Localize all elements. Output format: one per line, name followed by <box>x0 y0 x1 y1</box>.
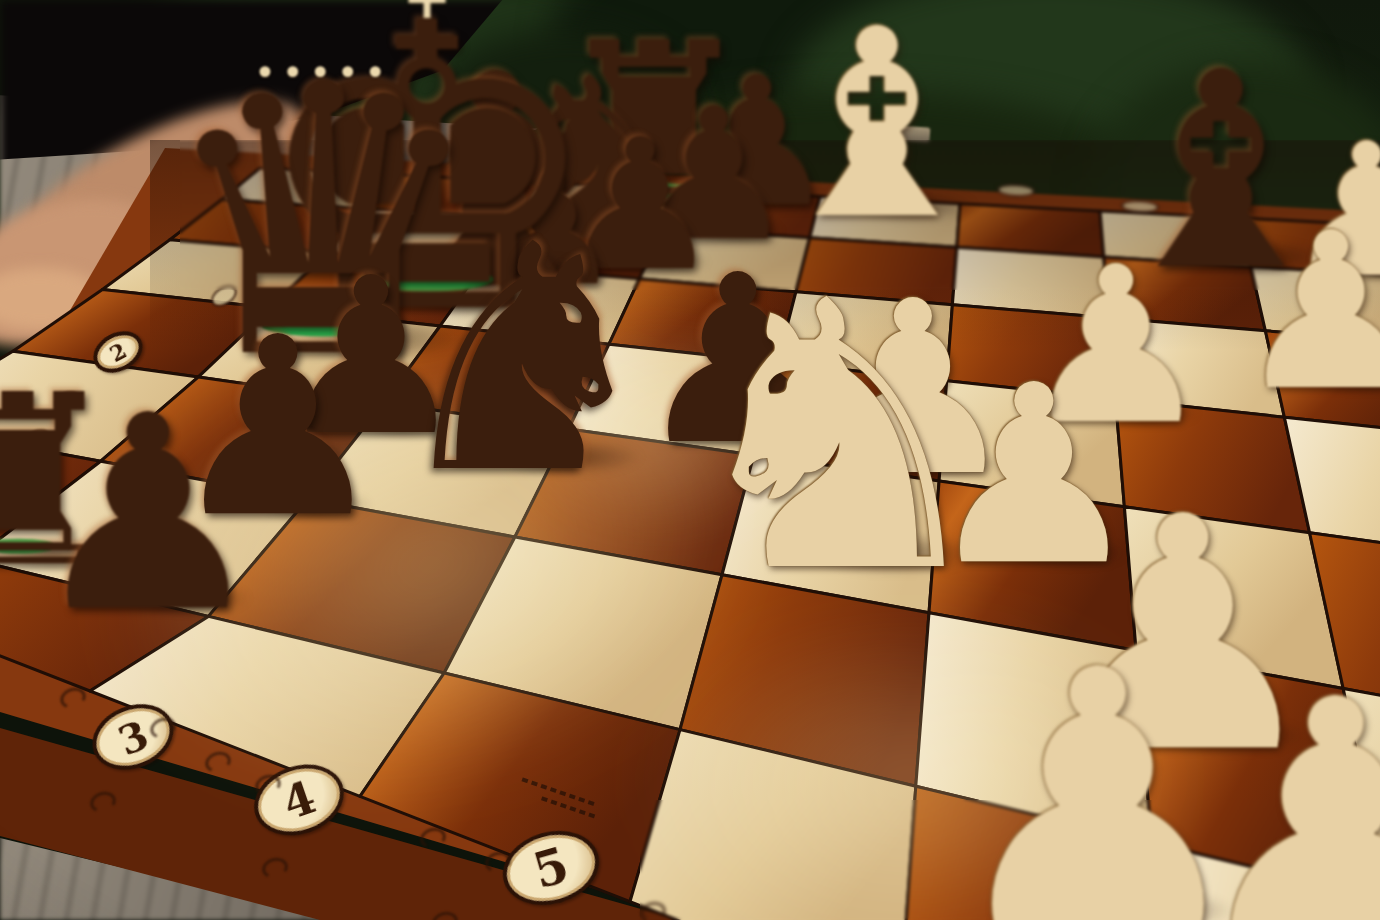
white-pawn-icon: ♟ <box>1179 655 1380 920</box>
black-pawn-icon: ♟ <box>28 380 269 649</box>
white-pawn-icon: ♟ <box>1234 204 1380 420</box>
outdoor-chess-scene: 2345 ♜♞♟♝♝♟♟♟♟♝♚+♟♛•••••♟♟♟♟♟♞♞♟♜♟♟♟♟ <box>0 0 1380 920</box>
black-knight-icon: ♞ <box>383 204 663 516</box>
queen-coronet-balls: ••••• <box>254 55 392 92</box>
